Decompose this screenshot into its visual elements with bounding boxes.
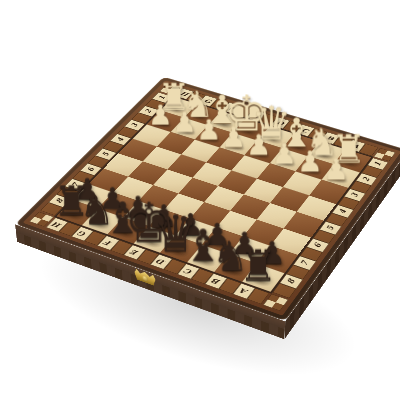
piece-white-pawn[interactable]: ♟	[246, 133, 271, 157]
rank-label: 6	[86, 167, 96, 173]
rank-label: 4	[115, 137, 125, 142]
piece-white-pawn[interactable]: ♟	[323, 157, 349, 182]
rank-label: 5	[101, 152, 111, 157]
piece-white-pawn[interactable]: ♟	[272, 141, 298, 165]
file-label: E	[129, 249, 140, 256]
rank-label: 3	[130, 123, 140, 128]
rank-label: 7	[299, 260, 310, 267]
piece-white-pawn[interactable]: ♟	[197, 118, 222, 142]
file-label: B	[210, 277, 221, 285]
rank-label: 5	[325, 225, 336, 231]
chess-set-photo: HGFEDCBA HGFEDCBA 12345678 12345678 ♜♞♝♚…	[0, 0, 400, 400]
piece-black-rook[interactable]: ♜	[239, 248, 278, 285]
piece-white-pawn[interactable]: ♟	[172, 110, 197, 134]
piece-white-pawn[interactable]: ♟	[297, 149, 323, 173]
piece-white-pawn[interactable]: ♟	[148, 103, 173, 126]
piece-white-pawn[interactable]: ♟	[221, 125, 246, 149]
